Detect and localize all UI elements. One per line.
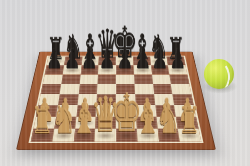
square-c6[interactable]	[79, 74, 98, 84]
square-b6[interactable]	[61, 74, 80, 84]
photo-scene: ♜♞♝♛♚♝♞♜♟♟♟♟♟♟♟♟♟♟♟♟♟♟♟♟♜♞♝♛♚♝♞♜	[0, 0, 250, 166]
square-b7[interactable]: ♟	[63, 65, 82, 74]
black-pawn-a7[interactable]: ♟	[46, 46, 63, 71]
square-g1[interactable]: ♞	[157, 129, 180, 142]
white-knight-g1[interactable]: ♞	[156, 101, 181, 138]
square-d7[interactable]: ♟	[98, 65, 116, 74]
white-knight-b1[interactable]: ♞	[51, 101, 76, 138]
black-pawn-c7[interactable]: ♟	[81, 46, 98, 71]
black-pawn-f7[interactable]: ♟	[134, 46, 151, 71]
board-playing-area: ♜♞♝♛♚♝♞♜♟♟♟♟♟♟♟♟♟♟♟♟♟♟♟♟♜♞♝♛♚♝♞♜	[28, 56, 203, 143]
white-rook-h1[interactable]: ♜	[179, 104, 201, 137]
chess-board: ♜♞♝♛♚♝♞♜♟♟♟♟♟♟♟♟♟♟♟♟♟♟♟♟♜♞♝♛♚♝♞♜	[16, 52, 216, 150]
square-h6[interactable]	[169, 74, 189, 84]
board-grid: ♜♞♝♛♚♝♞♜♟♟♟♟♟♟♟♟♟♟♟♟♟♟♟♟♜♞♝♛♚♝♞♜	[31, 57, 202, 142]
square-a7[interactable]: ♟	[45, 65, 64, 74]
square-h7[interactable]: ♟	[168, 65, 187, 74]
square-g6[interactable]	[152, 74, 171, 84]
square-c1[interactable]: ♝	[73, 129, 95, 142]
square-a6[interactable]	[43, 74, 63, 84]
black-pawn-d7[interactable]: ♟	[99, 46, 116, 71]
square-f7[interactable]: ♟	[133, 65, 151, 74]
square-c7[interactable]: ♟	[80, 65, 98, 74]
square-g7[interactable]: ♟	[151, 65, 170, 74]
tennis-ball-seam	[204, 59, 234, 89]
black-pawn-h7[interactable]: ♟	[169, 46, 186, 71]
square-b1[interactable]: ♞	[52, 129, 75, 142]
black-pawn-b7[interactable]: ♟	[63, 46, 80, 71]
black-pawn-e7[interactable]: ♟	[116, 46, 133, 71]
black-pawn-g7[interactable]: ♟	[152, 46, 169, 71]
square-h1[interactable]: ♜	[178, 129, 201, 142]
square-e7[interactable]: ♟	[116, 65, 134, 74]
white-rook-a1[interactable]: ♜	[31, 104, 53, 137]
tennis-ball	[204, 59, 234, 89]
